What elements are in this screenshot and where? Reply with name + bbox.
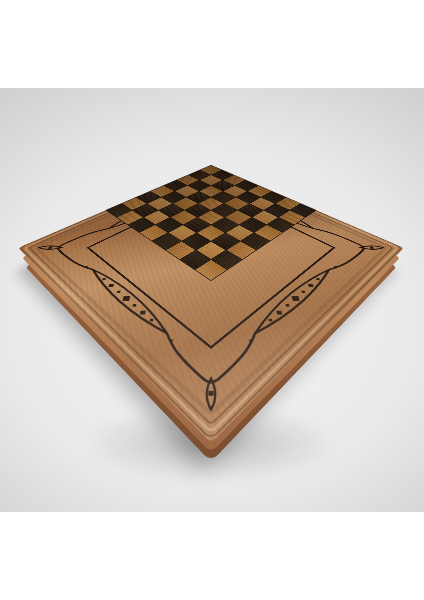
- page-canvas: [0, 0, 424, 600]
- chessboard-product-photo: [0, 88, 424, 512]
